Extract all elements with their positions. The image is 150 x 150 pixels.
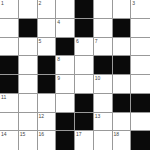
cell-r6c5[interactable]: 13 — [94, 113, 113, 132]
cell-r4c7[interactable] — [131, 75, 150, 94]
cell-r0c5[interactable] — [94, 0, 113, 19]
cell-r7c2[interactable]: 16 — [38, 131, 57, 150]
cell-r1c5[interactable] — [94, 19, 113, 38]
cell-r0c3[interactable] — [56, 0, 75, 19]
cell-r1c3[interactable]: 4 — [56, 19, 75, 38]
cell-r2c5[interactable]: 7 — [94, 38, 113, 57]
cell-r2c1[interactable] — [19, 38, 38, 57]
black-cell-r5c6 — [113, 94, 132, 113]
black-cell-r4c0 — [0, 75, 19, 94]
clue-number-15: 15 — [20, 131, 26, 137]
cell-r7c0[interactable]: 14 — [0, 131, 19, 150]
cell-r5c5[interactable] — [94, 94, 113, 113]
cell-r5c0[interactable]: 11 — [0, 94, 19, 113]
cell-r7c1[interactable]: 15 — [19, 131, 38, 150]
clue-number-17: 17 — [76, 131, 82, 137]
clue-number-13: 13 — [95, 113, 101, 119]
cell-r2c2[interactable]: 5 — [38, 38, 57, 57]
clue-number-18: 18 — [114, 131, 120, 137]
cell-r4c6[interactable] — [113, 75, 132, 94]
cell-r2c0[interactable] — [0, 38, 19, 57]
black-cell-r3c6 — [113, 56, 132, 75]
black-cell-r3c5 — [94, 56, 113, 75]
cell-r1c0[interactable] — [0, 19, 19, 38]
black-cell-r4c2 — [38, 75, 57, 94]
cell-r0c0[interactable]: 1 — [0, 0, 19, 19]
cell-r4c5[interactable]: 10 — [94, 75, 113, 94]
cell-r6c1[interactable] — [19, 113, 38, 132]
cell-r2c4[interactable]: 6 — [75, 38, 94, 57]
cell-r7c6[interactable]: 18 — [113, 131, 132, 150]
clue-number-14: 14 — [1, 131, 7, 137]
clue-number-10: 10 — [95, 75, 101, 81]
black-cell-r1c4 — [75, 19, 94, 38]
cell-r5c1[interactable] — [19, 94, 38, 113]
cell-r0c7[interactable]: 3 — [131, 0, 150, 19]
cell-r3c1[interactable] — [19, 56, 38, 75]
cell-r6c2[interactable]: 12 — [38, 113, 57, 132]
black-cell-r7c3 — [56, 131, 75, 150]
cell-r2c6[interactable] — [113, 38, 132, 57]
cell-r6c7[interactable] — [131, 113, 150, 132]
cell-r2c7[interactable] — [131, 38, 150, 57]
cell-r4c3[interactable]: 9 — [56, 75, 75, 94]
black-cell-r6c4 — [75, 113, 94, 132]
clue-number-5: 5 — [39, 38, 42, 44]
black-cell-r7c7 — [131, 131, 150, 150]
clue-number-11: 11 — [1, 94, 6, 100]
cell-r4c4[interactable] — [75, 75, 94, 94]
cell-r3c4[interactable] — [75, 56, 94, 75]
clue-number-9: 9 — [57, 75, 60, 81]
clue-number-3: 3 — [132, 0, 135, 6]
cell-r3c7[interactable] — [131, 56, 150, 75]
cell-r1c2[interactable] — [38, 19, 57, 38]
crossword-board: 123456789101112131415161718 — [0, 0, 150, 150]
black-cell-r3c0 — [0, 56, 19, 75]
black-cell-r3c2 — [38, 56, 57, 75]
black-cell-r0c4 — [75, 0, 94, 19]
clue-number-16: 16 — [39, 131, 45, 137]
cell-r6c6[interactable] — [113, 113, 132, 132]
cell-r0c1[interactable] — [19, 0, 38, 19]
cell-r3c3[interactable]: 8 — [56, 56, 75, 75]
clue-number-2: 2 — [39, 0, 42, 6]
cell-r5c3[interactable] — [56, 94, 75, 113]
clue-number-6: 6 — [76, 38, 79, 44]
black-cell-r1c1 — [19, 19, 38, 38]
cell-r0c6[interactable] — [113, 0, 132, 19]
black-cell-r1c6 — [113, 19, 132, 38]
black-cell-r5c4 — [75, 94, 94, 113]
cell-r5c2[interactable] — [38, 94, 57, 113]
clue-number-7: 7 — [95, 38, 98, 44]
clue-number-1: 1 — [1, 0, 4, 6]
black-cell-r5c7 — [131, 94, 150, 113]
cell-r7c5[interactable] — [94, 131, 113, 150]
cell-r4c1[interactable] — [19, 75, 38, 94]
black-cell-r2c3 — [56, 38, 75, 57]
cell-r7c4[interactable]: 17 — [75, 131, 94, 150]
clue-number-12: 12 — [39, 113, 45, 119]
black-cell-r6c3 — [56, 113, 75, 132]
cell-r0c2[interactable]: 2 — [38, 0, 57, 19]
clue-number-4: 4 — [57, 19, 60, 25]
cell-r6c0[interactable] — [0, 113, 19, 132]
cell-r1c7[interactable] — [131, 19, 150, 38]
clue-number-8: 8 — [57, 56, 60, 62]
